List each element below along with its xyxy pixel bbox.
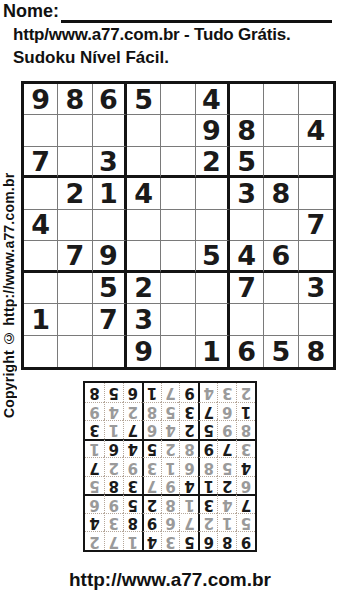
solution-cell-r1c1: 9 <box>236 531 255 550</box>
puzzle-cell-r5c1: 4 <box>24 210 58 241</box>
solution-cell-r7c8: 1 <box>104 420 123 439</box>
solution-cell-r5c4: 6 <box>179 457 198 476</box>
puzzle-cell-r4c7: 3 <box>230 178 264 209</box>
puzzle-cell-r4c5 <box>161 178 195 209</box>
solution-cell-r6c2: 7 <box>217 439 236 458</box>
solution-cell-r4c4: 4 <box>179 476 198 495</box>
puzzle-cell-r5c7 <box>230 210 264 241</box>
solution-cell-r6c5: 2 <box>161 439 180 458</box>
solution-cell-r3c1: 7 <box>236 494 255 513</box>
puzzle-cell-r9c2 <box>58 336 92 367</box>
solution-cell-r6c6: 5 <box>142 439 161 458</box>
solution-cell-r6c3: 9 <box>198 439 217 458</box>
solution-cell-r4c8: 8 <box>104 476 123 495</box>
solution-cell-r5c6: 3 <box>142 457 161 476</box>
puzzle-cell-r7c2 <box>58 273 92 304</box>
solution-cell-r4c2: 2 <box>217 476 236 495</box>
puzzle-cell-r8c3: 7 <box>93 304 127 335</box>
puzzle-cell-r1c1: 9 <box>24 84 58 115</box>
solution-cell-r2c8: 3 <box>104 513 123 532</box>
solution-cell-r2c2: 1 <box>217 513 236 532</box>
solution-cell-r5c8: 2 <box>104 457 123 476</box>
solution-cell-r3c7: 5 <box>123 494 142 513</box>
solution-cell-r8c5: 5 <box>161 402 180 421</box>
solution-cell-r7c7: 7 <box>123 420 142 439</box>
solution-cell-r3c5: 8 <box>161 494 180 513</box>
solution-cell-r4c1: 6 <box>236 476 255 495</box>
solution-cell-r2c7: 8 <box>123 513 142 532</box>
puzzle-cell-r7c7: 7 <box>230 273 264 304</box>
solution-cell-r5c2: 5 <box>217 457 236 476</box>
solution-cell-r2c6: 9 <box>142 513 161 532</box>
solution-cell-r1c6: 4 <box>142 531 161 550</box>
solution-cell-r8c9: 9 <box>85 402 104 421</box>
solution-cell-r4c6: 7 <box>142 476 161 495</box>
puzzle-cell-r9c1 <box>24 336 58 367</box>
solution-cell-r9c2: 3 <box>217 383 236 402</box>
puzzle-cell-r2c5 <box>161 115 195 146</box>
name-underline <box>61 20 332 23</box>
solution-cell-r1c2: 8 <box>217 531 236 550</box>
solution-cell-r7c1: 8 <box>236 420 255 439</box>
puzzle-cell-r1c4: 5 <box>127 84 161 115</box>
puzzle-cell-r5c6 <box>196 210 230 241</box>
solution-cell-r1c4: 5 <box>179 531 198 550</box>
puzzle-cell-r6c3: 9 <box>93 241 127 272</box>
puzzle-cell-r2c3 <box>93 115 127 146</box>
puzzle-cell-r4c6 <box>196 178 230 209</box>
puzzle-cell-r8c5 <box>161 304 195 335</box>
puzzle-cell-r7c1 <box>24 273 58 304</box>
solution-cell-r9c8: 5 <box>104 383 123 402</box>
puzzle-cell-r9c8: 5 <box>264 336 298 367</box>
solution-cell-r6c7: 4 <box>123 439 142 458</box>
puzzle-cell-r3c7: 5 <box>230 147 264 178</box>
puzzle-cell-r9c3 <box>93 336 127 367</box>
solution-cell-r5c1: 4 <box>236 457 255 476</box>
puzzle-cell-r3c5 <box>161 147 195 178</box>
puzzle-grid: 986549847325214384779546527317391658 <box>21 81 336 370</box>
puzzle-cell-r2c4 <box>127 115 161 146</box>
solution-cell-r3c8: 9 <box>104 494 123 513</box>
puzzle-cell-r4c2: 2 <box>58 178 92 209</box>
solution-cell-r4c3: 1 <box>198 476 217 495</box>
puzzle-cell-r1c2: 8 <box>58 84 92 115</box>
puzzle-cell-r3c8 <box>264 147 298 178</box>
puzzle-cell-r7c5 <box>161 273 195 304</box>
solution-cell-r4c7: 3 <box>123 476 142 495</box>
puzzle-cell-r6c2: 7 <box>58 241 92 272</box>
puzzle-cell-r5c5 <box>161 210 195 241</box>
solution-cell-r9c3: 4 <box>198 383 217 402</box>
solution-cell-r3c3: 3 <box>198 494 217 513</box>
puzzle-cell-r9c9: 8 <box>299 336 333 367</box>
solution-cell-r6c1: 3 <box>236 439 255 458</box>
puzzle-cell-r9c4: 9 <box>127 336 161 367</box>
puzzle-cell-r8c2 <box>58 304 92 335</box>
solution-cell-r5c3: 8 <box>198 457 217 476</box>
solution-cell-r2c5: 6 <box>161 513 180 532</box>
solution-cell-r1c7: 1 <box>123 531 142 550</box>
solution-cell-r8c8: 4 <box>104 402 123 421</box>
solution-cell-r2c4: 7 <box>179 513 198 532</box>
solution-cell-r4c5: 9 <box>161 476 180 495</box>
solution-cell-r2c3: 2 <box>198 513 217 532</box>
puzzle-cell-r6c1 <box>24 241 58 272</box>
puzzle-cell-r7c9: 3 <box>299 273 333 304</box>
puzzle-cell-r4c3: 1 <box>93 178 127 209</box>
puzzle-cell-r2c1 <box>24 115 58 146</box>
solution-cell-r5c7: 9 <box>123 457 142 476</box>
page-title: Sudoku Nível Fácil. <box>13 48 169 68</box>
footer-url: http://www.a77.com.br <box>0 569 340 591</box>
solution-cell-r8c2: 6 <box>217 402 236 421</box>
puzzle-cell-r1c7 <box>230 84 264 115</box>
puzzle-cell-r6c6: 5 <box>196 241 230 272</box>
puzzle-cell-r1c5 <box>161 84 195 115</box>
solution-cell-r7c2: 9 <box>217 420 236 439</box>
solution-cell-r6c8: 6 <box>104 439 123 458</box>
puzzle-cell-r6c5 <box>161 241 195 272</box>
solution-cell-r3c6: 2 <box>142 494 161 513</box>
puzzle-cell-r9c5 <box>161 336 195 367</box>
site-tagline: http/www.a77.com.br - Tudo Grátis. <box>13 25 291 45</box>
puzzle-cell-r2c7: 8 <box>230 115 264 146</box>
puzzle-cell-r2c8 <box>264 115 298 146</box>
puzzle-cell-r8c4: 3 <box>127 304 161 335</box>
puzzle-cell-r2c6: 9 <box>196 115 230 146</box>
puzzle-cell-r5c3 <box>93 210 127 241</box>
puzzle-cell-r7c3: 5 <box>93 273 127 304</box>
puzzle-cell-r9c7: 6 <box>230 336 264 367</box>
puzzle-cell-r3c1: 7 <box>24 147 58 178</box>
puzzle-cell-r4c8: 8 <box>264 178 298 209</box>
puzzle-cell-r8c8 <box>264 304 298 335</box>
solution-cell-r5c9: 7 <box>85 457 104 476</box>
puzzle-cell-r5c2 <box>58 210 92 241</box>
puzzle-cell-r8c7 <box>230 304 264 335</box>
solution-cell-r8c3: 7 <box>198 402 217 421</box>
solution-cell-r7c4: 2 <box>179 420 198 439</box>
solution-cell-r8c4: 3 <box>179 402 198 421</box>
solution-cell-r8c7: 2 <box>123 402 142 421</box>
solution-cell-r7c3: 5 <box>198 420 217 439</box>
puzzle-cell-r3c3: 3 <box>93 147 127 178</box>
solution-cell-r6c4: 8 <box>179 439 198 458</box>
puzzle-cell-r6c9 <box>299 241 333 272</box>
puzzle-cell-r7c8 <box>264 273 298 304</box>
solution-cell-r7c6: 6 <box>142 420 161 439</box>
puzzle-cell-r2c9: 4 <box>299 115 333 146</box>
puzzle-cell-r5c4 <box>127 210 161 241</box>
puzzle-cell-r8c9 <box>299 304 333 335</box>
puzzle-cell-r7c6 <box>196 273 230 304</box>
solution-cell-r6c9: 1 <box>85 439 104 458</box>
puzzle-cell-r1c3: 6 <box>93 84 127 115</box>
solution-cell-r9c5: 7 <box>161 383 180 402</box>
solution-cell-r5c5: 1 <box>161 457 180 476</box>
solution-cell-r8c1: 1 <box>236 402 255 421</box>
solution-cell-r9c7: 6 <box>123 383 142 402</box>
puzzle-cell-r6c8: 6 <box>264 241 298 272</box>
puzzle-cell-r6c7: 4 <box>230 241 264 272</box>
solution-cell-r3c9: 6 <box>85 494 104 513</box>
solution-cell-r7c9: 3 <box>85 420 104 439</box>
puzzle-cell-r2c2 <box>58 115 92 146</box>
puzzle-cell-r5c9: 7 <box>299 210 333 241</box>
puzzle-cell-r8c6 <box>196 304 230 335</box>
solution-cell-r7c5: 4 <box>161 420 180 439</box>
copyright-vertical-text: Copyright © http://www.a77.com.br <box>0 138 18 453</box>
solution-cell-r3c2: 4 <box>217 494 236 513</box>
puzzle-cell-r1c9 <box>299 84 333 115</box>
puzzle-cell-r6c4 <box>127 241 161 272</box>
puzzle-cell-r1c8 <box>264 84 298 115</box>
puzzle-cell-r3c2 <box>58 147 92 178</box>
solution-cell-r9c4: 9 <box>179 383 198 402</box>
puzzle-cell-r4c4: 4 <box>127 178 161 209</box>
solution-cell-r2c1: 5 <box>236 513 255 532</box>
puzzle-cell-r3c6: 2 <box>196 147 230 178</box>
solution-cell-r2c9: 4 <box>85 513 104 532</box>
puzzle-cell-r3c4 <box>127 147 161 178</box>
puzzle-cell-r1c6: 4 <box>196 84 230 115</box>
name-label: Nome: <box>3 1 59 22</box>
solution-cell-r3c4: 1 <box>179 494 198 513</box>
solution-cell-r9c6: 1 <box>142 383 161 402</box>
puzzle-cell-r7c4: 2 <box>127 273 161 304</box>
solution-cell-r1c9: 2 <box>85 531 104 550</box>
puzzle-cell-r5c8 <box>264 210 298 241</box>
solution-grid: 9865341725127698347431825966214973854586… <box>83 381 257 552</box>
solution-cell-r1c8: 7 <box>104 531 123 550</box>
solution-cell-r1c5: 3 <box>161 531 180 550</box>
solution-cell-r9c9: 8 <box>85 383 104 402</box>
puzzle-cell-r4c1 <box>24 178 58 209</box>
puzzle-cell-r9c6: 1 <box>196 336 230 367</box>
puzzle-cell-r3c9 <box>299 147 333 178</box>
solution-cell-r8c6: 8 <box>142 402 161 421</box>
puzzle-cell-r8c1: 1 <box>24 304 58 335</box>
puzzle-cell-r4c9 <box>299 178 333 209</box>
solution-cell-r4c9: 5 <box>85 476 104 495</box>
solution-cell-r1c3: 6 <box>198 531 217 550</box>
solution-cell-r9c1: 2 <box>236 383 255 402</box>
